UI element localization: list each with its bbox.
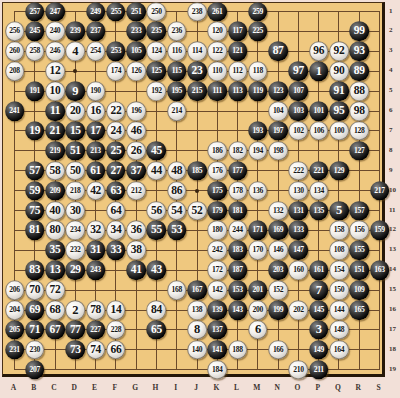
- black-stone-L16[interactable]: 143: [228, 300, 248, 320]
- black-stone-I4[interactable]: 115: [167, 61, 187, 81]
- black-stone-B10[interactable]: 59: [25, 181, 45, 201]
- move-number: 67: [50, 324, 61, 336]
- white-stone-I2[interactable]: 236: [167, 22, 187, 42]
- black-stone-P4[interactable]: 1: [309, 61, 329, 81]
- black-stone-F9[interactable]: 27: [106, 161, 126, 181]
- white-stone-J16[interactable]: 138: [187, 300, 207, 320]
- black-stone-R16[interactable]: 165: [349, 300, 369, 320]
- black-stone-B9[interactable]: 57: [25, 161, 45, 181]
- move-number: 219: [50, 147, 61, 155]
- white-stone-E5[interactable]: 190: [86, 81, 106, 101]
- move-number: 105: [131, 48, 142, 56]
- black-stone-N14[interactable]: 203: [268, 260, 288, 280]
- white-stone-C5[interactable]: 10: [45, 81, 65, 101]
- black-stone-M1[interactable]: 259: [248, 2, 268, 22]
- white-stone-E3[interactable]: 254: [86, 42, 106, 62]
- black-stone-P19[interactable]: 211: [309, 360, 329, 380]
- black-stone-B12[interactable]: 81: [25, 221, 45, 241]
- white-stone-L18[interactable]: 188: [228, 340, 248, 360]
- black-stone-P11[interactable]: 135: [309, 201, 329, 221]
- black-stone-A6[interactable]: 241: [5, 101, 25, 121]
- move-number: 17: [90, 125, 101, 137]
- black-stone-P18[interactable]: 149: [309, 340, 329, 360]
- goban-board[interactable]: 2572472492552512502382612592562452402392…: [2, 2, 385, 377]
- move-number: 36: [131, 225, 142, 237]
- white-stone-Q16[interactable]: 144: [329, 300, 349, 320]
- white-stone-H5[interactable]: 192: [147, 81, 167, 101]
- black-stone-G14[interactable]: 41: [126, 260, 146, 280]
- black-stone-F13[interactable]: 33: [106, 241, 126, 261]
- move-number: 142: [212, 286, 223, 294]
- column-label-M: M: [253, 383, 260, 392]
- black-stone-F3[interactable]: 253: [106, 42, 126, 62]
- white-stone-D13[interactable]: 232: [66, 241, 86, 261]
- black-stone-N3[interactable]: 87: [268, 42, 288, 62]
- black-stone-B16[interactable]: 69: [25, 300, 45, 320]
- black-stone-O6[interactable]: 103: [289, 101, 309, 121]
- black-stone-B2[interactable]: 245: [25, 22, 45, 42]
- black-stone-B11[interactable]: 75: [25, 201, 45, 221]
- white-stone-R5[interactable]: 88: [349, 81, 369, 101]
- black-stone-H17[interactable]: 65: [147, 320, 167, 340]
- move-number: 147: [293, 247, 304, 255]
- move-number: 218: [70, 187, 81, 195]
- go-kifu-diagram: 2572472492552512502382612592562452402392…: [0, 0, 400, 398]
- black-stone-E2[interactable]: 237: [86, 22, 106, 42]
- white-stone-Q7[interactable]: 100: [329, 121, 349, 141]
- white-stone-N18[interactable]: 166: [268, 340, 288, 360]
- white-stone-F7[interactable]: 24: [106, 121, 126, 141]
- move-number: 139: [212, 306, 223, 314]
- white-stone-K8[interactable]: 186: [208, 141, 228, 161]
- move-number: 134: [313, 187, 324, 195]
- white-stone-C2[interactable]: 240: [45, 22, 65, 42]
- white-stone-F17[interactable]: 228: [106, 320, 126, 340]
- black-stone-R3[interactable]: 93: [349, 42, 369, 62]
- move-number: 75: [29, 205, 40, 217]
- white-stone-E12[interactable]: 32: [86, 221, 106, 241]
- column-label-A: A: [11, 383, 16, 392]
- white-stone-G13[interactable]: 38: [126, 241, 146, 261]
- white-stone-I6[interactable]: 214: [167, 101, 187, 121]
- black-stone-K16[interactable]: 139: [208, 300, 228, 320]
- white-stone-A2[interactable]: 256: [5, 22, 25, 42]
- black-stone-L2[interactable]: 117: [228, 22, 248, 42]
- black-stone-S10[interactable]: 217: [370, 181, 390, 201]
- black-stone-Q11[interactable]: 5: [329, 201, 349, 221]
- white-stone-F18[interactable]: 66: [106, 340, 126, 360]
- white-stone-D10[interactable]: 218: [66, 181, 86, 201]
- black-stone-J4[interactable]: 23: [187, 61, 207, 81]
- move-number: 156: [354, 227, 365, 235]
- white-stone-C12[interactable]: 80: [45, 221, 65, 241]
- black-stone-H2[interactable]: 235: [147, 22, 167, 42]
- black-stone-H14[interactable]: 43: [147, 260, 167, 280]
- black-stone-S14[interactable]: 163: [370, 260, 390, 280]
- black-stone-O12[interactable]: 133: [289, 221, 309, 241]
- black-stone-H12[interactable]: 55: [147, 221, 167, 241]
- white-stone-O16[interactable]: 202: [289, 300, 309, 320]
- black-stone-N12[interactable]: 169: [268, 221, 288, 241]
- white-stone-O10[interactable]: 130: [289, 181, 309, 201]
- white-stone-J11[interactable]: 52: [187, 201, 207, 221]
- white-stone-C3[interactable]: 246: [45, 42, 65, 62]
- black-stone-E7[interactable]: 17: [86, 121, 106, 141]
- black-stone-L11[interactable]: 181: [228, 201, 248, 221]
- move-number: 133: [293, 227, 304, 235]
- black-stone-Q9[interactable]: 129: [329, 161, 349, 181]
- white-stone-Q14[interactable]: 154: [329, 260, 349, 280]
- black-stone-C10[interactable]: 209: [45, 181, 65, 201]
- white-stone-O7[interactable]: 102: [289, 121, 309, 141]
- white-stone-L8[interactable]: 182: [228, 141, 248, 161]
- black-stone-H8[interactable]: 45: [147, 141, 167, 161]
- black-stone-M15[interactable]: 201: [248, 280, 268, 300]
- move-number: 206: [9, 286, 20, 294]
- move-number: 80: [50, 225, 61, 237]
- column-label-I: I: [174, 383, 177, 392]
- white-stone-G12[interactable]: 36: [126, 221, 146, 241]
- white-stone-K19[interactable]: 184: [208, 360, 228, 380]
- white-stone-B18[interactable]: 230: [25, 340, 45, 360]
- column-label-K: K: [213, 383, 219, 392]
- black-stone-P17[interactable]: 3: [309, 320, 329, 340]
- black-stone-A18[interactable]: 231: [5, 340, 25, 360]
- move-number: 249: [90, 8, 101, 16]
- black-stone-C17[interactable]: 67: [45, 320, 65, 340]
- move-number: 238: [192, 8, 203, 16]
- black-stone-L9[interactable]: 177: [228, 161, 248, 181]
- white-stone-N11[interactable]: 132: [268, 201, 288, 221]
- move-number: 111: [212, 87, 222, 95]
- white-stone-L10[interactable]: 178: [228, 181, 248, 201]
- white-stone-P3[interactable]: 96: [309, 42, 329, 62]
- white-stone-Q15[interactable]: 150: [329, 280, 349, 300]
- white-stone-G6[interactable]: 196: [126, 101, 146, 121]
- move-number: 231: [9, 346, 20, 354]
- white-stone-F6[interactable]: 22: [106, 101, 126, 121]
- white-stone-E10[interactable]: 42: [86, 181, 106, 201]
- move-number: 169: [273, 227, 284, 235]
- black-stone-M2[interactable]: 225: [248, 22, 268, 42]
- black-stone-I5[interactable]: 195: [167, 81, 187, 101]
- white-stone-C16[interactable]: 68: [45, 300, 65, 320]
- white-stone-Q3[interactable]: 92: [329, 42, 349, 62]
- black-stone-K5[interactable]: 111: [208, 81, 228, 101]
- black-stone-N5[interactable]: 123: [268, 81, 288, 101]
- black-stone-O11[interactable]: 131: [289, 201, 309, 221]
- white-stone-P7[interactable]: 106: [309, 121, 329, 141]
- move-number: 100: [334, 127, 345, 135]
- white-stone-K14[interactable]: 172: [208, 260, 228, 280]
- black-stone-G3[interactable]: 105: [126, 42, 146, 62]
- move-number: 27: [110, 165, 121, 177]
- white-stone-D6[interactable]: 20: [66, 101, 86, 121]
- move-number: 104: [273, 107, 284, 115]
- white-stone-H11[interactable]: 56: [147, 201, 167, 221]
- black-stone-R2[interactable]: 99: [349, 22, 369, 42]
- column-label-S: S: [376, 383, 380, 392]
- white-stone-F4[interactable]: 174: [106, 61, 126, 81]
- white-stone-Q4[interactable]: 90: [329, 61, 349, 81]
- black-stone-J9[interactable]: 185: [187, 161, 207, 181]
- white-stone-N8[interactable]: 198: [268, 141, 288, 161]
- black-stone-I12[interactable]: 53: [167, 221, 187, 241]
- black-stone-J15[interactable]: 167: [187, 280, 207, 300]
- move-number: 37: [131, 165, 142, 177]
- black-stone-D18[interactable]: 73: [66, 340, 86, 360]
- black-stone-C8[interactable]: 219: [45, 141, 65, 161]
- black-stone-E9[interactable]: 61: [86, 161, 106, 181]
- black-stone-M7[interactable]: 193: [248, 121, 268, 141]
- white-stone-L12[interactable]: 244: [228, 221, 248, 241]
- white-stone-M4[interactable]: 118: [248, 61, 268, 81]
- white-stone-H9[interactable]: 44: [147, 161, 167, 181]
- white-stone-E16[interactable]: 78: [86, 300, 106, 320]
- black-stone-R15[interactable]: 109: [349, 280, 369, 300]
- move-number: 121: [232, 48, 243, 56]
- black-stone-K17[interactable]: 137: [208, 320, 228, 340]
- white-stone-B3[interactable]: 258: [25, 42, 45, 62]
- black-stone-C6[interactable]: 11: [45, 101, 65, 121]
- white-stone-L4[interactable]: 112: [228, 61, 248, 81]
- black-stone-D17[interactable]: 77: [66, 320, 86, 340]
- white-stone-O14[interactable]: 160: [289, 260, 309, 280]
- move-number: 46: [131, 125, 142, 137]
- white-stone-Q17[interactable]: 148: [329, 320, 349, 340]
- white-stone-D11[interactable]: 30: [66, 201, 86, 221]
- black-stone-O13[interactable]: 147: [289, 241, 309, 261]
- black-stone-J5[interactable]: 215: [187, 81, 207, 101]
- column-label-H: H: [153, 383, 159, 392]
- black-stone-L15[interactable]: 153: [228, 280, 248, 300]
- white-stone-G10[interactable]: 212: [126, 181, 146, 201]
- black-stone-L3[interactable]: 121: [228, 42, 248, 62]
- white-stone-C11[interactable]: 40: [45, 201, 65, 221]
- black-stone-E1[interactable]: 249: [86, 2, 106, 22]
- move-number: 246: [50, 48, 61, 56]
- black-stone-K10[interactable]: 175: [208, 181, 228, 201]
- black-stone-S12[interactable]: 159: [370, 221, 390, 241]
- black-stone-R14[interactable]: 151: [349, 260, 369, 280]
- white-stone-O19[interactable]: 210: [289, 360, 309, 380]
- move-number: 210: [293, 366, 304, 374]
- black-stone-C7[interactable]: 21: [45, 121, 65, 141]
- white-stone-I3[interactable]: 116: [167, 42, 187, 62]
- white-stone-I15[interactable]: 168: [167, 280, 187, 300]
- white-stone-I11[interactable]: 54: [167, 201, 187, 221]
- black-stone-E13[interactable]: 31: [86, 241, 106, 261]
- move-number: 93: [354, 46, 365, 58]
- white-stone-D12[interactable]: 234: [66, 221, 86, 241]
- white-stone-F12[interactable]: 34: [106, 221, 126, 241]
- move-number: 110: [212, 67, 222, 75]
- black-stone-R8[interactable]: 127: [349, 141, 369, 161]
- move-number: 214: [171, 107, 182, 115]
- white-stone-M13[interactable]: 170: [248, 241, 268, 261]
- black-stone-F1[interactable]: 255: [106, 2, 126, 22]
- move-number: 97: [293, 65, 304, 77]
- black-stone-P9[interactable]: 221: [309, 161, 329, 181]
- white-stone-J1[interactable]: 238: [187, 2, 207, 22]
- white-stone-K4[interactable]: 110: [208, 61, 228, 81]
- white-stone-N13[interactable]: 146: [268, 241, 288, 261]
- black-stone-D8[interactable]: 51: [66, 141, 86, 161]
- white-stone-G7[interactable]: 46: [126, 121, 146, 141]
- black-stone-M12[interactable]: 171: [248, 221, 268, 241]
- black-stone-K11[interactable]: 179: [208, 201, 228, 221]
- white-stone-K15[interactable]: 142: [208, 280, 228, 300]
- move-number: 174: [111, 67, 122, 75]
- black-stone-B7[interactable]: 19: [25, 121, 45, 141]
- black-stone-R4[interactable]: 89: [349, 61, 369, 81]
- black-stone-K18[interactable]: 141: [208, 340, 228, 360]
- black-stone-E14[interactable]: 243: [86, 260, 106, 280]
- white-stone-Q13[interactable]: 108: [329, 241, 349, 261]
- black-stone-N7[interactable]: 197: [268, 121, 288, 141]
- move-number: 124: [151, 48, 162, 56]
- black-stone-B5[interactable]: 191: [25, 81, 45, 101]
- black-stone-G1[interactable]: 251: [126, 2, 146, 22]
- move-number: 53: [171, 225, 182, 237]
- white-stone-M8[interactable]: 194: [248, 141, 268, 161]
- white-stone-K13[interactable]: 242: [208, 241, 228, 261]
- black-stone-C13[interactable]: 35: [45, 241, 65, 261]
- white-stone-F11[interactable]: 64: [106, 201, 126, 221]
- black-stone-B14[interactable]: 83: [25, 260, 45, 280]
- black-stone-F8[interactable]: 25: [106, 141, 126, 161]
- black-stone-E17[interactable]: 227: [86, 320, 106, 340]
- black-stone-O5[interactable]: 107: [289, 81, 309, 101]
- black-stone-G2[interactable]: 233: [126, 22, 146, 42]
- white-stone-R7[interactable]: 128: [349, 121, 369, 141]
- move-number: 10: [50, 85, 61, 97]
- black-stone-R13[interactable]: 155: [349, 241, 369, 261]
- black-stone-Q5[interactable]: 91: [329, 81, 349, 101]
- black-stone-O4[interactable]: 97: [289, 61, 309, 81]
- white-stone-H3[interactable]: 124: [147, 42, 167, 62]
- black-stone-E8[interactable]: 213: [86, 141, 106, 161]
- white-stone-G4[interactable]: 126: [126, 61, 146, 81]
- white-stone-H16[interactable]: 84: [147, 300, 167, 320]
- black-stone-D2[interactable]: 239: [66, 22, 86, 42]
- white-stone-K2[interactable]: 120: [208, 22, 228, 42]
- white-stone-J3[interactable]: 114: [187, 42, 207, 62]
- white-stone-F16[interactable]: 14: [106, 300, 126, 320]
- black-stone-B1[interactable]: 257: [25, 2, 45, 22]
- white-stone-C15[interactable]: 72: [45, 280, 65, 300]
- white-stone-E6[interactable]: 16: [86, 101, 106, 121]
- black-stone-L14[interactable]: 187: [228, 260, 248, 280]
- white-stone-D3[interactable]: 4: [66, 42, 86, 62]
- white-stone-R12[interactable]: 156: [349, 221, 369, 241]
- white-stone-M17[interactable]: 6: [248, 320, 268, 340]
- black-stone-Q6[interactable]: 95: [329, 101, 349, 121]
- move-number: 181: [232, 207, 243, 215]
- black-stone-D7[interactable]: 15: [66, 121, 86, 141]
- white-stone-K3[interactable]: 122: [208, 42, 228, 62]
- white-stone-D16[interactable]: 2: [66, 300, 86, 320]
- black-stone-P15[interactable]: 7: [309, 280, 329, 300]
- white-stone-A3[interactable]: 260: [5, 42, 25, 62]
- white-stone-P10[interactable]: 134: [309, 181, 329, 201]
- black-stone-B19[interactable]: 207: [25, 360, 45, 380]
- move-number: 241: [9, 107, 20, 115]
- white-stone-N6[interactable]: 104: [268, 101, 288, 121]
- white-stone-M10[interactable]: 136: [248, 181, 268, 201]
- black-stone-P6[interactable]: 101: [309, 101, 329, 121]
- white-stone-J17[interactable]: 8: [187, 320, 207, 340]
- black-stone-B17[interactable]: 71: [25, 320, 45, 340]
- black-stone-F10[interactable]: 63: [106, 181, 126, 201]
- white-stone-A15[interactable]: 206: [5, 280, 25, 300]
- white-stone-D9[interactable]: 50: [66, 161, 86, 181]
- move-number: 146: [273, 247, 284, 255]
- move-number: 257: [30, 8, 41, 16]
- black-stone-A17[interactable]: 205: [5, 320, 25, 340]
- move-number: 209: [50, 187, 61, 195]
- white-stone-M16[interactable]: 200: [248, 300, 268, 320]
- black-stone-K1[interactable]: 261: [208, 2, 228, 22]
- move-number: 32: [90, 225, 101, 237]
- white-stone-K12[interactable]: 180: [208, 221, 228, 241]
- move-number: 96: [313, 46, 324, 58]
- white-stone-A4[interactable]: 208: [5, 61, 25, 81]
- black-stone-C1[interactable]: 247: [45, 2, 65, 22]
- white-stone-H1[interactable]: 250: [147, 2, 167, 22]
- star-point: [195, 189, 199, 193]
- white-stone-J18[interactable]: 140: [187, 340, 207, 360]
- white-stone-B15[interactable]: 70: [25, 280, 45, 300]
- move-number: 244: [232, 227, 243, 235]
- black-stone-M5[interactable]: 119: [248, 81, 268, 101]
- white-stone-O9[interactable]: 222: [289, 161, 309, 181]
- black-stone-D5[interactable]: 9: [66, 81, 86, 101]
- move-number: 157: [354, 207, 365, 215]
- black-stone-R11[interactable]: 157: [349, 201, 369, 221]
- black-stone-L13[interactable]: 183: [228, 241, 248, 261]
- column-label-L: L: [234, 383, 239, 392]
- white-stone-I10[interactable]: 86: [167, 181, 187, 201]
- black-stone-H4[interactable]: 125: [147, 61, 167, 81]
- white-stone-E18[interactable]: 74: [86, 340, 106, 360]
- black-stone-P14[interactable]: 161: [309, 260, 329, 280]
- black-stone-D14[interactable]: 29: [66, 260, 86, 280]
- white-stone-I9[interactable]: 48: [167, 161, 187, 181]
- white-stone-N15[interactable]: 152: [268, 280, 288, 300]
- move-number: 38: [131, 245, 142, 257]
- move-number: 243: [90, 266, 101, 274]
- white-stone-Q12[interactable]: 158: [329, 221, 349, 241]
- move-number: 177: [232, 167, 243, 175]
- move-number: 43: [151, 264, 162, 276]
- black-stone-G9[interactable]: 37: [126, 161, 146, 181]
- white-stone-A16[interactable]: 204: [5, 300, 25, 320]
- black-stone-L5[interactable]: 113: [228, 81, 248, 101]
- white-stone-R6[interactable]: 98: [349, 101, 369, 121]
- black-stone-P16[interactable]: 145: [309, 300, 329, 320]
- white-stone-G8[interactable]: 26: [126, 141, 146, 161]
- white-stone-C9[interactable]: 58: [45, 161, 65, 181]
- white-stone-C4[interactable]: 12: [45, 61, 65, 81]
- white-stone-K9[interactable]: 176: [208, 161, 228, 181]
- black-stone-C14[interactable]: 13: [45, 260, 65, 280]
- black-stone-N16[interactable]: 199: [268, 300, 288, 320]
- move-number: 86: [171, 185, 182, 197]
- move-number: 118: [253, 67, 263, 75]
- white-stone-Q18[interactable]: 164: [329, 340, 349, 360]
- move-number: 48: [171, 165, 182, 177]
